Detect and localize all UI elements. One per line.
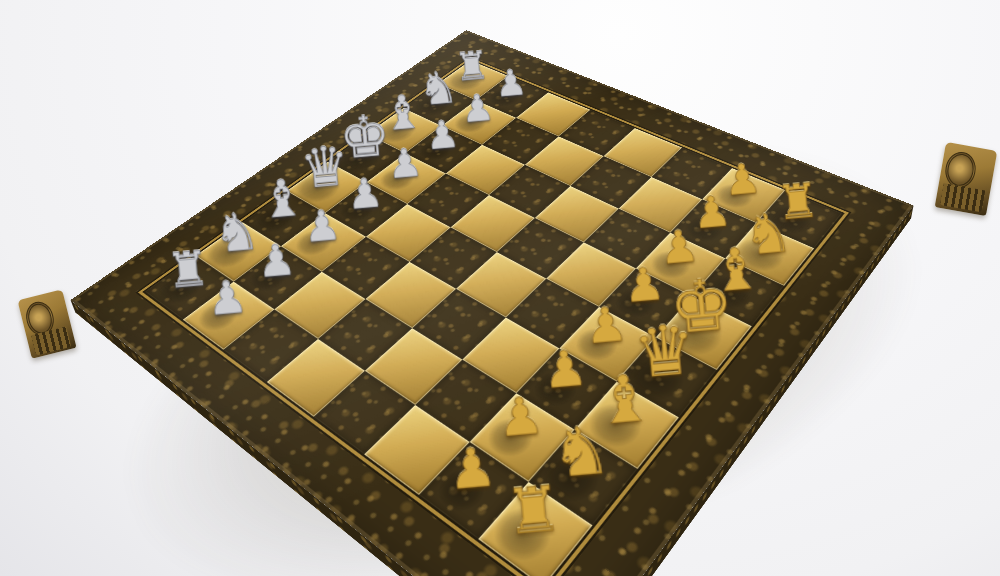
board-frame: ♜♟♟♜♞♟♟♞♝♟♟♝♚♟♟♚♛♟♟♛♝♟♟♝♞♟♟♞♜♟♟♜ [70, 30, 913, 576]
silver-rook-glyph: ♜ [453, 45, 491, 87]
silver-pawn-glyph: ♟ [460, 89, 496, 128]
silver-rook-glyph: ♜ [164, 243, 211, 295]
perspective-stage: ♜♟♟♜♞♟♟♞♝♟♟♝♚♟♟♚♛♟♟♛♝♟♟♝♞♟♟♞♜♟♟♜ [0, 0, 1000, 576]
gold-pawn-glyph: ♟ [658, 224, 701, 272]
gold-pawn-glyph: ♟ [541, 343, 590, 396]
silver-knight-glyph: ♞ [417, 65, 460, 112]
chess-set-scene: ♜♟♟♜♞♟♟♞♝♟♟♝♚♟♟♚♛♟♟♛♝♟♟♝♞♟♟♞♜♟♟♜ [0, 0, 1000, 576]
gold-pawn-glyph: ♟ [583, 300, 630, 351]
silver-pawn-glyph: ♟ [205, 274, 249, 322]
gold-pawn-glyph: ♟ [446, 440, 499, 498]
